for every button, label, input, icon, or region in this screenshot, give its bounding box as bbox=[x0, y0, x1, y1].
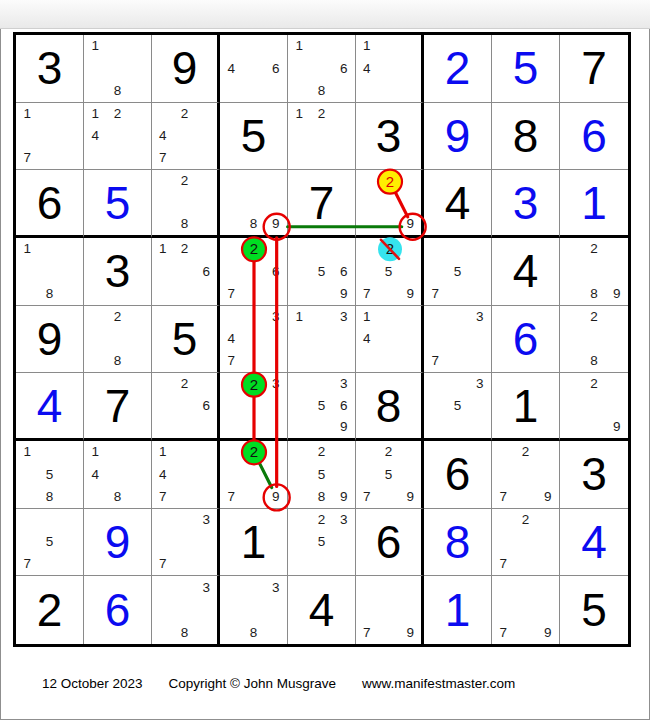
cell-value: 1 bbox=[220, 509, 287, 576]
cell-value: 8 bbox=[356, 373, 421, 438]
cell-value: 1 bbox=[492, 373, 559, 438]
cell-r4c1[interactable]: 18 bbox=[16, 238, 84, 306]
candidate-digit: 8 bbox=[174, 213, 196, 235]
candidate-digit: 6 bbox=[333, 395, 355, 417]
candidate-digit: 7 bbox=[492, 485, 514, 507]
cell-r5c9[interactable]: 28 bbox=[560, 306, 628, 374]
cell-r6c1[interactable]: 4 bbox=[16, 373, 84, 441]
cell-value: 7 bbox=[560, 35, 628, 102]
candidate-digit: 1 bbox=[84, 35, 106, 57]
cell-r9c5[interactable]: 4 bbox=[288, 576, 356, 644]
cell-r4c6[interactable]: 2579 bbox=[356, 238, 424, 306]
cell-r8c3[interactable]: 37 bbox=[152, 509, 220, 577]
candidate-grid: 2589 bbox=[288, 441, 355, 508]
candidate-digit: 7 bbox=[356, 485, 378, 507]
candidate-digit: 1 bbox=[288, 306, 310, 328]
candidate-digit: 7 bbox=[220, 282, 242, 304]
candidate-digit: 8 bbox=[310, 485, 332, 507]
cell-r2c5[interactable]: 12 bbox=[288, 103, 356, 171]
cell-value: 6 bbox=[84, 576, 151, 644]
candidate-digit: 8 bbox=[242, 213, 264, 235]
cell-r7c1[interactable]: 158 bbox=[16, 441, 84, 509]
cell-r3c3[interactable]: 28 bbox=[152, 170, 220, 238]
cell-r5c7[interactable]: 37 bbox=[424, 306, 492, 374]
cell-r2c8[interactable]: 8 bbox=[492, 103, 560, 171]
candidate-digit: 7 bbox=[424, 350, 446, 372]
cell-r9c9[interactable]: 5 bbox=[560, 576, 628, 644]
cell-value: 5 bbox=[220, 103, 287, 170]
cell-r9c6[interactable]: 79 bbox=[356, 576, 424, 644]
cell-value: 9 bbox=[152, 35, 217, 102]
cell-r3c8[interactable]: 3 bbox=[492, 170, 560, 238]
cell-value: 6 bbox=[560, 103, 628, 170]
cell-r5c3[interactable]: 5 bbox=[152, 306, 220, 374]
candidate-digit: 7 bbox=[152, 485, 174, 507]
candidate-digit: 7 bbox=[492, 553, 514, 575]
cell-r9c3[interactable]: 38 bbox=[152, 576, 220, 644]
candidate-digit: 4 bbox=[220, 328, 242, 350]
candidate-digit: 7 bbox=[16, 553, 38, 575]
cell-r9c8[interactable]: 79 bbox=[492, 576, 560, 644]
candidate-digit: 5 bbox=[38, 463, 60, 485]
cell-value: 9 bbox=[424, 103, 491, 170]
candidate-digit: 9 bbox=[333, 416, 355, 438]
candidate-digit: 2 bbox=[310, 441, 332, 463]
candidate-digit: 1 bbox=[152, 441, 174, 463]
candidate-digit: 2 bbox=[514, 441, 536, 463]
cell-value: 3 bbox=[16, 35, 83, 102]
candidate-digit: 2 bbox=[378, 441, 400, 463]
candidate-digit: 4 bbox=[356, 328, 378, 350]
candidate-digit: 1 bbox=[152, 238, 174, 260]
cell-r5c1[interactable]: 9 bbox=[16, 306, 84, 374]
candidate-grid: 29 bbox=[356, 170, 421, 235]
cell-r2c1[interactable]: 17 bbox=[16, 103, 84, 171]
cell-r9c7[interactable]: 1 bbox=[424, 576, 492, 644]
cell-r2c4[interactable]: 5 bbox=[220, 103, 288, 171]
candidate-grid: 26 bbox=[152, 373, 217, 438]
cell-value: 2 bbox=[424, 35, 491, 102]
candidate-grid: 38 bbox=[152, 576, 217, 644]
candidate-digit: 3 bbox=[469, 373, 491, 395]
candidate-digit: 6 bbox=[265, 57, 287, 79]
candidate-grid: 12 bbox=[288, 103, 355, 170]
candidate-grid: 14 bbox=[356, 306, 421, 373]
footer-date: 12 October 2023 bbox=[42, 676, 143, 691]
candidate-digit: 2 bbox=[583, 373, 606, 395]
candidate-digit: 8 bbox=[583, 350, 606, 372]
candidate-digit: 3 bbox=[469, 306, 491, 328]
cell-r7c4[interactable]: 279 bbox=[220, 441, 288, 509]
candidate-digit: 5 bbox=[38, 531, 60, 553]
candidate-digit: 1 bbox=[16, 441, 38, 463]
candidate-grid: 28 bbox=[84, 306, 151, 373]
cell-r6c9[interactable]: 29 bbox=[560, 373, 628, 441]
cell-value: 4 bbox=[560, 509, 628, 576]
candidate-grid: 14 bbox=[356, 35, 421, 102]
cell-r9c4[interactable]: 38 bbox=[220, 576, 288, 644]
cell-value: 5 bbox=[492, 35, 559, 102]
candidate-digit: 8 bbox=[310, 79, 332, 101]
candidate-digit: 2 bbox=[378, 238, 400, 260]
candidate-digit: 5 bbox=[310, 395, 332, 417]
candidate-digit: 8 bbox=[38, 282, 60, 304]
candidate-grid: 79 bbox=[492, 576, 559, 644]
cell-r1c3[interactable]: 9 bbox=[152, 35, 220, 103]
candidate-digit: 8 bbox=[106, 350, 128, 372]
cell-value: 5 bbox=[152, 306, 217, 373]
footer-copyright: Copyright © John Musgrave bbox=[169, 676, 337, 691]
candidate-digit: 7 bbox=[492, 621, 514, 644]
cell-r3c4[interactable]: 89 bbox=[220, 170, 288, 238]
candidate-digit: 9 bbox=[399, 213, 421, 235]
candidate-digit: 2 bbox=[174, 170, 196, 192]
candidate-digit: 2 bbox=[242, 238, 264, 260]
candidate-grid: 37 bbox=[152, 509, 217, 576]
candidate-digit: 2 bbox=[242, 441, 264, 463]
candidate-digit: 7 bbox=[152, 147, 174, 169]
cell-r1c1[interactable]: 3 bbox=[16, 35, 84, 103]
candidate-digit: 7 bbox=[424, 282, 446, 304]
cell-r8c5[interactable]: 235 bbox=[288, 509, 356, 577]
candidate-digit: 2 bbox=[583, 238, 606, 260]
candidate-digit: 2 bbox=[106, 103, 128, 125]
cell-r2c7[interactable]: 9 bbox=[424, 103, 492, 171]
candidate-grid: 57 bbox=[16, 509, 83, 576]
cell-value: 6 bbox=[356, 509, 421, 576]
candidate-grid: 347 bbox=[220, 306, 287, 373]
cell-r5c4[interactable]: 347 bbox=[220, 306, 288, 374]
cell-r1c7[interactable]: 2 bbox=[424, 35, 492, 103]
cell-value: 8 bbox=[424, 509, 491, 576]
cell-value: 3 bbox=[492, 170, 559, 235]
candidate-digit: 9 bbox=[399, 621, 421, 644]
candidate-digit: 5 bbox=[310, 463, 332, 485]
cell-r6c3[interactable]: 26 bbox=[152, 373, 220, 441]
cell-r4c2[interactable]: 3 bbox=[84, 238, 152, 306]
candidate-grid: 28 bbox=[560, 306, 628, 373]
sudoku-board: 3189461681425717124247512398665288972943… bbox=[13, 32, 631, 647]
candidate-digit: 9 bbox=[399, 282, 421, 304]
footer: 12 October 2023 Copyright © John Musgrav… bbox=[42, 676, 515, 691]
sudoku-app-window: 3189461681425717124247512398665288972943… bbox=[0, 0, 650, 720]
candidate-grid: 279 bbox=[220, 441, 287, 508]
candidate-digit: 3 bbox=[265, 306, 287, 328]
candidate-grid: 89 bbox=[220, 170, 287, 235]
cell-r4c4[interactable]: 267 bbox=[220, 238, 288, 306]
cell-value: 3 bbox=[356, 103, 421, 170]
candidate-grid: 38 bbox=[220, 576, 287, 644]
candidate-grid: 46 bbox=[220, 35, 287, 102]
cell-r4c9[interactable]: 289 bbox=[560, 238, 628, 306]
candidate-grid: 147 bbox=[152, 441, 217, 508]
candidate-grid: 23 bbox=[220, 373, 287, 438]
candidate-digit: 8 bbox=[106, 79, 128, 101]
cell-value: 4 bbox=[16, 373, 83, 438]
cell-r1c8[interactable]: 5 bbox=[492, 35, 560, 103]
cell-value: 6 bbox=[424, 441, 491, 508]
candidate-grid: 79 bbox=[356, 576, 421, 644]
cell-value: 3 bbox=[84, 238, 151, 305]
cell-r2c9[interactable]: 6 bbox=[560, 103, 628, 171]
candidate-digit: 5 bbox=[446, 260, 468, 282]
candidate-grid: 35 bbox=[424, 373, 491, 438]
candidate-digit: 6 bbox=[195, 395, 217, 417]
title-bar bbox=[0, 0, 650, 29]
candidate-digit: 2 bbox=[174, 238, 196, 260]
cell-value: 6 bbox=[16, 170, 83, 235]
candidate-digit: 4 bbox=[152, 125, 174, 147]
cell-r6c5[interactable]: 3569 bbox=[288, 373, 356, 441]
footer-website: www.manifestmaster.com bbox=[362, 676, 515, 691]
candidate-grid: 168 bbox=[288, 35, 355, 102]
cell-r6c6[interactable]: 8 bbox=[356, 373, 424, 441]
candidate-digit: 3 bbox=[333, 306, 355, 328]
candidate-grid: 3569 bbox=[288, 373, 355, 438]
candidate-digit: 5 bbox=[310, 260, 332, 282]
candidate-digit: 8 bbox=[174, 621, 196, 644]
cell-r8c2[interactable]: 9 bbox=[84, 509, 152, 577]
cell-value: 1 bbox=[560, 170, 628, 235]
cell-value: 2 bbox=[16, 576, 83, 644]
candidate-digit: 7 bbox=[16, 147, 38, 169]
candidate-grid: 235 bbox=[288, 509, 355, 576]
cell-r9c2[interactable]: 6 bbox=[84, 576, 152, 644]
cell-r5c8[interactable]: 6 bbox=[492, 306, 560, 374]
candidate-digit: 2 bbox=[310, 509, 332, 531]
cell-r1c4[interactable]: 46 bbox=[220, 35, 288, 103]
cell-r8c6[interactable]: 6 bbox=[356, 509, 424, 577]
candidate-digit: 5 bbox=[378, 260, 400, 282]
candidate-digit: 8 bbox=[583, 282, 606, 304]
candidate-digit: 4 bbox=[84, 463, 106, 485]
cell-value: 7 bbox=[84, 373, 151, 438]
candidate-digit: 7 bbox=[356, 621, 378, 644]
cell-value: 4 bbox=[424, 170, 491, 235]
candidate-digit: 5 bbox=[310, 531, 332, 553]
candidate-digit: 2 bbox=[174, 103, 196, 125]
cell-r2c2[interactable]: 124 bbox=[84, 103, 152, 171]
candidate-grid: 37 bbox=[424, 306, 491, 373]
cell-r8c7[interactable]: 8 bbox=[424, 509, 492, 577]
candidate-digit: 9 bbox=[399, 485, 421, 507]
candidate-digit: 6 bbox=[265, 260, 287, 282]
candidate-digit: 9 bbox=[333, 282, 355, 304]
cell-r7c8[interactable]: 279 bbox=[492, 441, 560, 509]
candidate-digit: 9 bbox=[605, 416, 628, 438]
cell-r7c3[interactable]: 147 bbox=[152, 441, 220, 509]
candidate-digit: 4 bbox=[84, 125, 106, 147]
candidate-grid: 569 bbox=[288, 238, 355, 305]
candidate-grid: 2579 bbox=[356, 441, 421, 508]
candidate-digit: 4 bbox=[356, 57, 378, 79]
candidate-digit: 7 bbox=[220, 350, 242, 372]
candidate-grid: 267 bbox=[220, 238, 287, 305]
cell-value: 4 bbox=[492, 238, 559, 305]
cell-r5c2[interactable]: 28 bbox=[84, 306, 152, 374]
candidate-digit: 6 bbox=[195, 260, 217, 282]
candidate-digit: 1 bbox=[356, 35, 378, 57]
candidate-digit: 8 bbox=[38, 485, 60, 507]
candidate-digit: 8 bbox=[242, 621, 264, 644]
cell-value: 5 bbox=[84, 170, 151, 235]
candidate-digit: 9 bbox=[537, 621, 559, 644]
candidate-digit: 9 bbox=[333, 485, 355, 507]
cell-r8c1[interactable]: 57 bbox=[16, 509, 84, 577]
cell-r4c3[interactable]: 126 bbox=[152, 238, 220, 306]
cell-r7c2[interactable]: 148 bbox=[84, 441, 152, 509]
cell-r4c7[interactable]: 57 bbox=[424, 238, 492, 306]
cell-r3c1[interactable]: 6 bbox=[16, 170, 84, 238]
candidate-grid: 13 bbox=[288, 306, 355, 373]
candidate-digit: 1 bbox=[84, 103, 106, 125]
candidate-digit: 1 bbox=[16, 238, 38, 260]
candidate-digit: 3 bbox=[265, 576, 287, 599]
candidate-digit: 9 bbox=[265, 213, 287, 235]
candidate-digit: 3 bbox=[333, 373, 355, 395]
cell-r3c9[interactable]: 1 bbox=[560, 170, 628, 238]
cell-r1c5[interactable]: 168 bbox=[288, 35, 356, 103]
candidate-grid: 29 bbox=[560, 373, 628, 438]
cell-r8c4[interactable]: 1 bbox=[220, 509, 288, 577]
candidate-grid: 279 bbox=[492, 441, 559, 508]
cell-value: 1 bbox=[424, 576, 491, 644]
candidate-digit: 3 bbox=[195, 576, 217, 599]
candidate-digit: 7 bbox=[220, 485, 242, 507]
cell-r7c6[interactable]: 2579 bbox=[356, 441, 424, 509]
candidate-grid: 2579 bbox=[356, 238, 421, 305]
candidate-digit: 3 bbox=[265, 373, 287, 395]
candidate-grid: 17 bbox=[16, 103, 83, 170]
cell-value: 9 bbox=[16, 306, 83, 373]
candidate-grid: 27 bbox=[492, 509, 559, 576]
candidate-digit: 9 bbox=[537, 485, 559, 507]
cell-value: 7 bbox=[288, 170, 355, 235]
cell-r6c4[interactable]: 23 bbox=[220, 373, 288, 441]
cell-value: 3 bbox=[560, 441, 628, 508]
candidate-digit: 3 bbox=[195, 509, 217, 531]
candidate-grid: 158 bbox=[16, 441, 83, 508]
cell-r1c9[interactable]: 7 bbox=[560, 35, 628, 103]
candidate-digit: 8 bbox=[106, 485, 128, 507]
cell-r2c6[interactable]: 3 bbox=[356, 103, 424, 171]
candidate-grid: 126 bbox=[152, 238, 217, 305]
candidate-grid: 18 bbox=[16, 238, 83, 305]
cell-r5c6[interactable]: 14 bbox=[356, 306, 424, 374]
candidate-grid: 124 bbox=[84, 103, 151, 170]
candidate-digit: 2 bbox=[174, 373, 196, 395]
cell-r3c7[interactable]: 4 bbox=[424, 170, 492, 238]
cell-r5c5[interactable]: 13 bbox=[288, 306, 356, 374]
cell-r8c9[interactable]: 4 bbox=[560, 509, 628, 577]
cell-value: 9 bbox=[84, 509, 151, 576]
candidate-digit: 5 bbox=[446, 395, 468, 417]
cell-r1c2[interactable]: 18 bbox=[84, 35, 152, 103]
candidate-grid: 148 bbox=[84, 441, 151, 508]
candidate-grid: 28 bbox=[152, 170, 217, 235]
candidate-digit: 1 bbox=[16, 103, 38, 125]
candidate-digit: 1 bbox=[288, 103, 310, 125]
candidate-grid: 57 bbox=[424, 238, 491, 305]
candidate-digit: 1 bbox=[84, 441, 106, 463]
cell-r4c5[interactable]: 569 bbox=[288, 238, 356, 306]
candidate-digit: 3 bbox=[333, 509, 355, 531]
cell-value: 6 bbox=[492, 306, 559, 373]
candidate-grid: 289 bbox=[560, 238, 628, 305]
cell-r2c3[interactable]: 247 bbox=[152, 103, 220, 171]
cell-value: 5 bbox=[560, 576, 628, 644]
candidate-digit: 4 bbox=[220, 57, 242, 79]
candidate-digit: 6 bbox=[333, 260, 355, 282]
cell-value: 4 bbox=[288, 576, 355, 644]
cell-r3c6[interactable]: 29 bbox=[356, 170, 424, 238]
candidate-digit: 1 bbox=[288, 35, 310, 57]
cell-r4c8[interactable]: 4 bbox=[492, 238, 560, 306]
candidate-digit: 6 bbox=[333, 57, 355, 79]
cell-value: 8 bbox=[492, 103, 559, 170]
candidate-digit: 9 bbox=[265, 485, 287, 507]
candidate-digit: 7 bbox=[152, 553, 174, 575]
candidate-digit: 2 bbox=[378, 170, 400, 192]
cell-r3c2[interactable]: 5 bbox=[84, 170, 152, 238]
cell-r6c7[interactable]: 35 bbox=[424, 373, 492, 441]
candidate-digit: 2 bbox=[583, 306, 606, 328]
candidate-digit: 9 bbox=[605, 282, 628, 304]
candidate-grid: 18 bbox=[84, 35, 151, 102]
cell-r6c2[interactable]: 7 bbox=[84, 373, 152, 441]
cell-r7c5[interactable]: 2589 bbox=[288, 441, 356, 509]
candidate-grid: 247 bbox=[152, 103, 217, 170]
candidate-digit: 5 bbox=[378, 463, 400, 485]
cell-r8c8[interactable]: 27 bbox=[492, 509, 560, 577]
cell-r9c1[interactable]: 2 bbox=[16, 576, 84, 644]
candidate-digit: 7 bbox=[356, 282, 378, 304]
cell-r7c7[interactable]: 6 bbox=[424, 441, 492, 509]
cell-r3c5[interactable]: 7 bbox=[288, 170, 356, 238]
cell-r1c6[interactable]: 14 bbox=[356, 35, 424, 103]
candidate-digit: 1 bbox=[356, 306, 378, 328]
candidate-digit: 2 bbox=[514, 509, 536, 531]
candidate-digit: 2 bbox=[106, 306, 128, 328]
cell-r6c8[interactable]: 1 bbox=[492, 373, 560, 441]
candidate-digit: 2 bbox=[310, 103, 332, 125]
candidate-digit: 2 bbox=[242, 373, 264, 395]
cell-r7c9[interactable]: 3 bbox=[560, 441, 628, 509]
candidate-digit: 4 bbox=[152, 463, 174, 485]
